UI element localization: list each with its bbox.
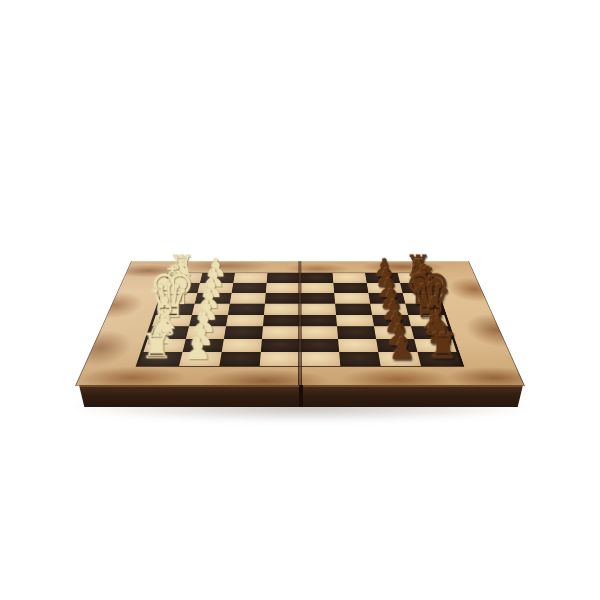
square-c3	[224, 326, 263, 338]
square-a2	[179, 352, 222, 366]
square-g7	[367, 283, 403, 293]
square-g3	[232, 283, 267, 293]
chess-set-photo: ♜♞♝♛♚♝♞♜♟♟♟♟♟♟♟♟♟♟♟♟♟♟♟♟♜♞♝♛♚♝♞♜	[0, 0, 600, 600]
square-e3	[228, 304, 265, 315]
square-g8	[400, 283, 437, 293]
square-g4	[266, 283, 300, 293]
square-g5	[300, 283, 334, 293]
square-b7	[376, 339, 417, 352]
square-d6	[336, 315, 374, 327]
square-b3	[222, 339, 262, 352]
square-a4	[260, 352, 300, 366]
square-f2	[195, 293, 232, 304]
square-f5	[300, 293, 335, 304]
square-f4	[265, 293, 300, 304]
square-b1	[143, 339, 185, 352]
square-h8	[398, 273, 434, 283]
square-f1	[160, 293, 198, 304]
square-a8	[417, 352, 461, 366]
square-h1	[167, 273, 203, 283]
square-d1	[152, 315, 192, 327]
square-c6	[337, 326, 376, 338]
square-b8	[414, 339, 456, 352]
square-c4	[262, 326, 300, 338]
square-h4	[267, 273, 300, 283]
square-e1	[156, 304, 195, 315]
square-h6	[333, 273, 367, 283]
square-h2	[200, 273, 235, 283]
square-g1	[163, 283, 200, 293]
square-h3	[233, 273, 267, 283]
square-a7	[378, 352, 421, 366]
square-e6	[335, 304, 372, 315]
square-b4	[261, 339, 300, 352]
square-h7	[365, 273, 400, 283]
square-c1	[148, 326, 189, 338]
square-e8	[405, 304, 444, 315]
square-d8	[408, 315, 448, 327]
square-a6	[339, 352, 380, 366]
chess-board: ♜♞♝♛♚♝♞♜♟♟♟♟♟♟♟♟♟♟♟♟♟♟♟♟♜♞♝♛♚♝♞♜	[75, 261, 525, 386]
square-f7	[368, 293, 405, 304]
square-b2	[183, 339, 224, 352]
box-front-seam	[299, 385, 303, 407]
square-d3	[226, 315, 264, 327]
square-c8	[411, 326, 452, 338]
square-d2	[189, 315, 228, 327]
square-d7	[372, 315, 411, 327]
square-h5	[300, 273, 333, 283]
square-e5	[300, 304, 336, 315]
square-f3	[230, 293, 266, 304]
square-a3	[219, 352, 260, 366]
square-c5	[300, 326, 338, 338]
square-a1	[139, 352, 183, 366]
square-c7	[374, 326, 414, 338]
square-e2	[192, 304, 230, 315]
square-d4	[263, 315, 300, 327]
square-d5	[300, 315, 337, 327]
box-front-side	[79, 385, 523, 407]
square-e7	[370, 304, 408, 315]
square-b6	[338, 339, 378, 352]
square-a5	[300, 352, 340, 366]
square-b5	[300, 339, 339, 352]
square-e4	[264, 304, 300, 315]
square-g2	[197, 283, 233, 293]
fold-seam	[298, 261, 302, 386]
square-f8	[403, 293, 441, 304]
square-g6	[333, 283, 368, 293]
scene: ♜♞♝♛♚♝♞♜♟♟♟♟♟♟♟♟♟♟♟♟♟♟♟♟♜♞♝♛♚♝♞♜	[0, 0, 600, 600]
square-f6	[334, 293, 370, 304]
square-c2	[186, 326, 226, 338]
